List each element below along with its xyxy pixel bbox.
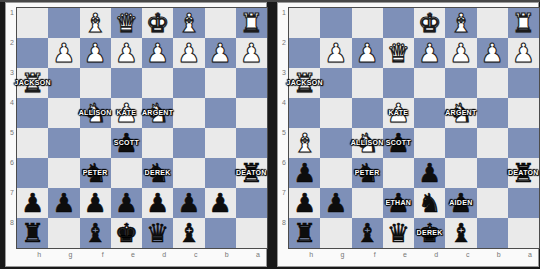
square-c5[interactable] — [445, 128, 476, 158]
square-f4[interactable] — [352, 98, 383, 128]
square-e4[interactable]: ♟KATE — [383, 98, 414, 128]
square-b3[interactable] — [205, 68, 236, 98]
black-rook[interactable]: ♜ — [508, 158, 539, 188]
black-pawn[interactable]: ♟ — [80, 188, 111, 218]
rank-label: 5 — [278, 127, 288, 157]
square-e1[interactable] — [383, 8, 414, 38]
square-c8[interactable]: ♝ — [445, 218, 476, 248]
square-c7[interactable]: ♟ — [173, 188, 204, 218]
white-bishop[interactable]: ♝ — [173, 8, 204, 38]
black-pawn[interactable]: ♟ — [289, 158, 320, 188]
black-knight[interactable]: ♞ — [142, 158, 173, 188]
white-pawn[interactable]: ♟ — [173, 38, 204, 68]
square-c3[interactable] — [445, 68, 476, 98]
square-g1[interactable] — [320, 8, 351, 38]
square-d7[interactable]: ♟ — [142, 188, 173, 218]
square-c3[interactable] — [173, 68, 204, 98]
square-g7[interactable]: ♟ — [320, 188, 351, 218]
rank-label: 7 — [6, 187, 16, 217]
black-pawn[interactable]: ♟ — [142, 188, 173, 218]
square-d3[interactable] — [414, 68, 445, 98]
white-knight[interactable]: ♞ — [80, 98, 111, 128]
square-c8[interactable]: ♝ — [173, 218, 204, 248]
file-label: a — [235, 250, 266, 260]
square-h5[interactable]: ♝ — [289, 128, 320, 158]
black-pawn[interactable]: ♟ — [48, 188, 79, 218]
square-b1[interactable] — [205, 8, 236, 38]
square-b5[interactable] — [477, 128, 508, 158]
square-g5[interactable] — [320, 128, 351, 158]
square-f2[interactable]: ♟ — [80, 38, 111, 68]
file-label: b — [204, 250, 235, 260]
square-e6[interactable] — [383, 158, 414, 188]
file-label: e — [110, 250, 141, 260]
rank-labels-right: 12345678 — [278, 7, 288, 249]
square-a6[interactable]: ♜DEATON — [508, 158, 539, 188]
square-g6[interactable] — [320, 158, 351, 188]
square-b6[interactable] — [477, 158, 508, 188]
square-h7[interactable]: ♟ — [289, 188, 320, 218]
white-bishop[interactable]: ♝ — [289, 128, 320, 158]
rank-label: 1 — [278, 7, 288, 37]
white-pawn[interactable]: ♟ — [205, 38, 236, 68]
square-a7[interactable] — [236, 188, 267, 218]
white-knight[interactable]: ♞ — [352, 128, 383, 158]
square-g1[interactable] — [48, 8, 79, 38]
square-a3[interactable] — [508, 68, 539, 98]
file-label: h — [288, 250, 319, 260]
square-a1[interactable]: ♜ — [508, 8, 539, 38]
file-label: g — [319, 250, 350, 260]
square-h1[interactable] — [17, 8, 48, 38]
white-pawn[interactable]: ♟ — [383, 98, 414, 128]
white-rook[interactable]: ♜ — [289, 68, 320, 98]
white-king[interactable]: ♚ — [142, 8, 173, 38]
square-d1[interactable]: ♚ — [142, 8, 173, 38]
square-b8[interactable] — [205, 218, 236, 248]
board-panel-left: 12345678 ♝♛♚♝♜♟♟♟♟♟♟♟♜JACKSON♞ALLISON♟KA… — [5, 2, 267, 267]
file-label: f — [351, 250, 382, 260]
square-h1[interactable] — [289, 8, 320, 38]
square-h3[interactable]: ♜JACKSON — [289, 68, 320, 98]
file-label: g — [47, 250, 78, 260]
white-pawn[interactable]: ♟ — [477, 38, 508, 68]
square-g8[interactable] — [320, 218, 351, 248]
white-rook[interactable]: ♜ — [508, 8, 539, 38]
rank-label: 2 — [6, 37, 16, 67]
rank-label: 3 — [6, 67, 16, 97]
file-label: c — [172, 250, 203, 260]
square-c1[interactable]: ♝ — [445, 8, 476, 38]
white-rook[interactable]: ♜ — [17, 68, 48, 98]
black-bishop[interactable]: ♝ — [352, 218, 383, 248]
black-king[interactable]: ♚ — [414, 218, 445, 248]
black-queen[interactable]: ♛ — [383, 218, 414, 248]
white-pawn[interactable]: ♟ — [111, 98, 142, 128]
rank-label: 8 — [278, 217, 288, 247]
rank-labels-left: 12345678 — [6, 7, 16, 249]
black-knight[interactable]: ♞ — [414, 188, 445, 218]
square-b3[interactable] — [477, 68, 508, 98]
white-queen[interactable]: ♛ — [383, 38, 414, 68]
square-f3[interactable] — [352, 68, 383, 98]
black-knight[interactable]: ♞ — [80, 158, 111, 188]
square-h8[interactable]: ♜ — [289, 218, 320, 248]
square-f7[interactable] — [352, 188, 383, 218]
white-pawn[interactable]: ♟ — [508, 38, 539, 68]
square-d8[interactable]: ♛ — [142, 218, 173, 248]
square-a8[interactable] — [236, 218, 267, 248]
square-h2[interactable] — [17, 38, 48, 68]
square-a5[interactable] — [508, 128, 539, 158]
white-knight[interactable]: ♞ — [445, 98, 476, 128]
square-d1[interactable]: ♚ — [414, 8, 445, 38]
square-a4[interactable] — [508, 98, 539, 128]
square-e2[interactable]: ♛ — [383, 38, 414, 68]
file-labels-left: hgfedcba — [16, 250, 266, 260]
square-f4[interactable]: ♞ALLISON — [80, 98, 111, 128]
board-area-left: 12345678 ♝♛♚♝♜♟♟♟♟♟♟♟♜JACKSON♞ALLISON♟KA… — [6, 7, 268, 249]
square-f6[interactable]: ♞PETER — [352, 158, 383, 188]
square-d6[interactable]: ♟ — [414, 158, 445, 188]
square-g8[interactable] — [48, 218, 79, 248]
square-c7[interactable]: ♟AIDEN — [445, 188, 476, 218]
white-bishop[interactable]: ♝ — [80, 8, 111, 38]
square-b6[interactable] — [205, 158, 236, 188]
square-f2[interactable]: ♟ — [352, 38, 383, 68]
square-h4[interactable] — [289, 98, 320, 128]
square-d5[interactable] — [142, 128, 173, 158]
white-knight[interactable]: ♞ — [142, 98, 173, 128]
black-rook[interactable]: ♜ — [236, 158, 267, 188]
square-f1[interactable] — [352, 8, 383, 38]
white-bishop[interactable]: ♝ — [445, 8, 476, 38]
white-pawn[interactable]: ♟ — [320, 38, 351, 68]
square-b7[interactable] — [477, 188, 508, 218]
square-g2[interactable]: ♟ — [48, 38, 79, 68]
square-g4[interactable] — [320, 98, 351, 128]
file-label: e — [382, 250, 413, 260]
rank-label: 7 — [278, 187, 288, 217]
white-pawn[interactable]: ♟ — [352, 38, 383, 68]
square-e1[interactable]: ♛ — [111, 8, 142, 38]
square-a2[interactable]: ♟ — [508, 38, 539, 68]
square-g5[interactable] — [48, 128, 79, 158]
rank-label: 4 — [278, 97, 288, 127]
black-rook[interactable]: ♜ — [289, 218, 320, 248]
file-label: h — [16, 250, 47, 260]
square-g4[interactable] — [48, 98, 79, 128]
square-f7[interactable]: ♟ — [80, 188, 111, 218]
white-pawn[interactable]: ♟ — [80, 38, 111, 68]
square-b5[interactable] — [205, 128, 236, 158]
file-label: f — [79, 250, 110, 260]
square-c2[interactable]: ♟ — [173, 38, 204, 68]
file-labels-right: hgfedcba — [288, 250, 538, 260]
black-pawn[interactable]: ♟ — [320, 188, 351, 218]
square-e7[interactable]: ♟ — [111, 188, 142, 218]
square-a2[interactable]: ♟ — [236, 38, 267, 68]
square-c4[interactable]: ♞ARGENT — [445, 98, 476, 128]
rank-label: 5 — [6, 127, 16, 157]
file-label: b — [476, 250, 507, 260]
rank-label: 6 — [278, 157, 288, 187]
square-d7[interactable]: ♞ — [414, 188, 445, 218]
white-pawn[interactable]: ♟ — [48, 38, 79, 68]
square-d6[interactable]: ♞DEREK — [142, 158, 173, 188]
black-pawn[interactable]: ♟ — [289, 188, 320, 218]
square-h7[interactable]: ♟ — [17, 188, 48, 218]
square-h4[interactable] — [17, 98, 48, 128]
black-pawn[interactable]: ♟ — [205, 188, 236, 218]
square-f3[interactable] — [80, 68, 111, 98]
file-label: d — [141, 250, 172, 260]
square-a3[interactable] — [236, 68, 267, 98]
square-h5[interactable] — [17, 128, 48, 158]
square-e3[interactable] — [111, 68, 142, 98]
black-pawn[interactable]: ♟ — [383, 188, 414, 218]
white-queen[interactable]: ♛ — [111, 8, 142, 38]
square-e7[interactable]: ♟ETHAN — [383, 188, 414, 218]
square-h8[interactable]: ♜ — [17, 218, 48, 248]
square-d4[interactable]: ♞ARGENT — [142, 98, 173, 128]
file-label: d — [413, 250, 444, 260]
square-d3[interactable] — [142, 68, 173, 98]
square-g3[interactable] — [48, 68, 79, 98]
board-area-right: 12345678 ♚♝♜♟♟♛♟♟♟♟♜JACKSON♟KATE♞ARGENT♝… — [278, 7, 540, 249]
black-king[interactable]: ♚ — [111, 218, 142, 248]
square-c6[interactable] — [173, 158, 204, 188]
square-c6[interactable] — [445, 158, 476, 188]
black-pawn[interactable]: ♟ — [111, 128, 142, 158]
black-bishop[interactable]: ♝ — [445, 218, 476, 248]
black-rook[interactable]: ♜ — [17, 218, 48, 248]
square-h6[interactable]: ♟ — [289, 158, 320, 188]
black-pawn[interactable]: ♟ — [445, 188, 476, 218]
black-pawn[interactable]: ♟ — [383, 128, 414, 158]
file-label: a — [507, 250, 538, 260]
square-e6[interactable] — [111, 158, 142, 188]
square-e5[interactable]: ♟SCOTT — [383, 128, 414, 158]
square-a5[interactable] — [236, 128, 267, 158]
black-pawn[interactable]: ♟ — [173, 188, 204, 218]
square-h2[interactable] — [289, 38, 320, 68]
white-pawn[interactable]: ♟ — [236, 38, 267, 68]
white-king[interactable]: ♚ — [414, 8, 445, 38]
square-e8[interactable]: ♛ — [383, 218, 414, 248]
square-d5[interactable] — [414, 128, 445, 158]
black-pawn[interactable]: ♟ — [111, 188, 142, 218]
square-g6[interactable] — [48, 158, 79, 188]
rank-label: 4 — [6, 97, 16, 127]
square-b8[interactable] — [477, 218, 508, 248]
chess-board-right: ♚♝♜♟♟♛♟♟♟♟♜JACKSON♟KATE♞ARGENT♝♞ALLISON♟… — [288, 7, 540, 249]
square-a7[interactable] — [508, 188, 539, 218]
white-pawn[interactable]: ♟ — [414, 38, 445, 68]
white-pawn[interactable]: ♟ — [142, 38, 173, 68]
square-b2[interactable]: ♟ — [205, 38, 236, 68]
square-a4[interactable] — [236, 98, 267, 128]
square-c1[interactable]: ♝ — [173, 8, 204, 38]
black-pawn[interactable]: ♟ — [17, 188, 48, 218]
black-knight[interactable]: ♞ — [352, 158, 383, 188]
square-a1[interactable]: ♜ — [236, 8, 267, 38]
square-b2[interactable]: ♟ — [477, 38, 508, 68]
square-g2[interactable]: ♟ — [320, 38, 351, 68]
rank-label: 8 — [6, 217, 16, 247]
square-h3[interactable]: ♜JACKSON — [17, 68, 48, 98]
square-d8[interactable]: ♚DEREK — [414, 218, 445, 248]
square-d2[interactable]: ♟ — [142, 38, 173, 68]
square-d2[interactable]: ♟ — [414, 38, 445, 68]
black-pawn[interactable]: ♟ — [414, 158, 445, 188]
black-bishop[interactable]: ♝ — [80, 218, 111, 248]
black-queen[interactable]: ♛ — [142, 218, 173, 248]
square-e8[interactable]: ♚ — [111, 218, 142, 248]
square-e4[interactable]: ♟KATE — [111, 98, 142, 128]
rank-label: 2 — [278, 37, 288, 67]
square-f5[interactable]: ♞ALLISON — [352, 128, 383, 158]
square-f8[interactable]: ♝ — [352, 218, 383, 248]
square-g3[interactable] — [320, 68, 351, 98]
rank-label: 6 — [6, 157, 16, 187]
square-b1[interactable] — [477, 8, 508, 38]
chess-board-left: ♝♛♚♝♜♟♟♟♟♟♟♟♜JACKSON♞ALLISON♟KATE♞ARGENT… — [16, 7, 268, 249]
black-bishop[interactable]: ♝ — [173, 218, 204, 248]
rank-label: 3 — [278, 67, 288, 97]
board-panel-right: 12345678 ♚♝♜♟♟♛♟♟♟♟♜JACKSON♟KATE♞ARGENT♝… — [277, 2, 539, 267]
square-c5[interactable] — [173, 128, 204, 158]
square-c2[interactable]: ♟ — [445, 38, 476, 68]
square-e5[interactable]: ♟SCOTT — [111, 128, 142, 158]
square-b4[interactable] — [205, 98, 236, 128]
square-f6[interactable]: ♞PETER — [80, 158, 111, 188]
square-c4[interactable] — [173, 98, 204, 128]
square-e2[interactable]: ♟ — [111, 38, 142, 68]
square-f8[interactable]: ♝ — [80, 218, 111, 248]
square-f1[interactable]: ♝ — [80, 8, 111, 38]
square-a6[interactable]: ♜DEATON — [236, 158, 267, 188]
white-pawn[interactable]: ♟ — [111, 38, 142, 68]
white-rook[interactable]: ♜ — [236, 8, 267, 38]
square-e3[interactable] — [383, 68, 414, 98]
square-a8[interactable] — [508, 218, 539, 248]
file-label: c — [444, 250, 475, 260]
square-f5[interactable] — [80, 128, 111, 158]
square-b7[interactable]: ♟ — [205, 188, 236, 218]
square-g7[interactable]: ♟ — [48, 188, 79, 218]
square-b4[interactable] — [477, 98, 508, 128]
square-d4[interactable] — [414, 98, 445, 128]
white-pawn[interactable]: ♟ — [445, 38, 476, 68]
square-h6[interactable] — [17, 158, 48, 188]
rank-label: 1 — [6, 7, 16, 37]
